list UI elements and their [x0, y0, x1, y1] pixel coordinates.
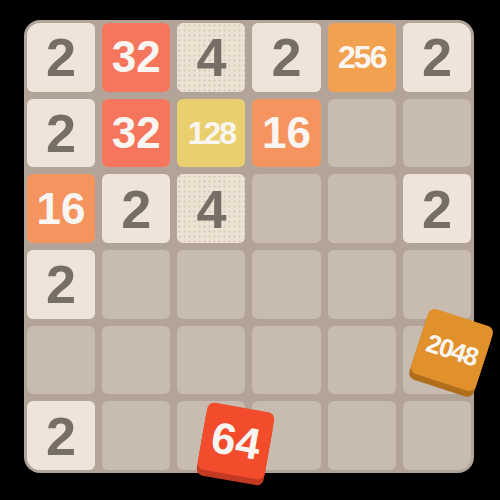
cell-r1c6: 2 — [403, 23, 471, 92]
cell-r4c6 — [403, 250, 471, 319]
cell-r4c5 — [328, 250, 396, 319]
tile-32: 32 — [102, 23, 170, 92]
tile-32: 32 — [102, 99, 170, 168]
cell-r4c3 — [177, 250, 245, 319]
tile-2: 2 — [27, 23, 95, 92]
tile-2: 2 — [27, 99, 95, 168]
tile-256: 256 — [328, 23, 396, 92]
cell-r3c5 — [328, 174, 396, 243]
cell-r2c3: 128 — [177, 99, 245, 168]
cell-r4c4 — [252, 250, 320, 319]
cell-r3c6: 2 — [403, 174, 471, 243]
cell-r5c4 — [252, 326, 320, 395]
cell-r6c2 — [102, 401, 170, 470]
tile-2: 2 — [403, 23, 471, 92]
cell-r2c5 — [328, 99, 396, 168]
cell-r5c3 — [177, 326, 245, 395]
cell-r1c1: 2 — [27, 23, 95, 92]
cell-r6c1: 2 — [27, 401, 95, 470]
cell-r2c1: 2 — [27, 99, 95, 168]
cell-r2c6 — [403, 99, 471, 168]
tile-2: 2 — [403, 174, 471, 243]
cell-r3c1: 16 — [27, 174, 95, 243]
tile-4: 4 — [177, 23, 245, 92]
cell-r4c1: 2 — [27, 250, 95, 319]
tile-16: 16 — [252, 99, 320, 168]
floating-tile-64-face: 64 — [197, 402, 276, 481]
tile-2: 2 — [102, 174, 170, 243]
board-2048[interactable]: 232422562232128161624222 — [24, 20, 474, 473]
tile-2: 2 — [27, 250, 95, 319]
cell-r1c3: 4 — [177, 23, 245, 92]
game-stage: 232422562232128161624222 204864 — [0, 0, 500, 500]
tile-128: 128 — [177, 99, 245, 168]
cell-r2c2: 32 — [102, 99, 170, 168]
cell-r6c5 — [328, 401, 396, 470]
cell-r6c6 — [403, 401, 471, 470]
cell-r3c2: 2 — [102, 174, 170, 243]
cell-r1c2: 32 — [102, 23, 170, 92]
cell-r3c4 — [252, 174, 320, 243]
floating-tile-64: 64 — [197, 402, 276, 481]
cell-r4c2 — [102, 250, 170, 319]
tile-4: 4 — [177, 174, 245, 243]
cell-r1c4: 2 — [252, 23, 320, 92]
cell-r5c5 — [328, 326, 396, 395]
cell-r1c5: 256 — [328, 23, 396, 92]
tile-2: 2 — [252, 23, 320, 92]
cell-r5c2 — [102, 326, 170, 395]
cell-r2c4: 16 — [252, 99, 320, 168]
tile-2: 2 — [27, 401, 95, 470]
cell-r5c1 — [27, 326, 95, 395]
tile-16: 16 — [27, 174, 95, 243]
cell-r3c3: 4 — [177, 174, 245, 243]
